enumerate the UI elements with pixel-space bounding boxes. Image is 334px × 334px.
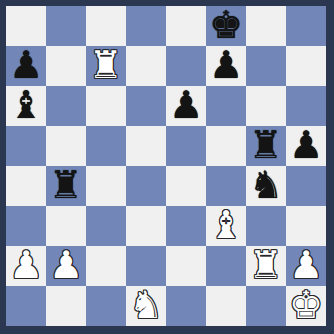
square-h2[interactable]: ♟	[286, 246, 326, 286]
square-e6[interactable]: ♟	[166, 86, 206, 126]
square-h5[interactable]: ♟	[286, 126, 326, 166]
square-a7[interactable]: ♟	[6, 46, 46, 86]
square-g3[interactable]	[246, 206, 286, 246]
black-rook[interactable]: ♜	[49, 166, 83, 205]
square-f2[interactable]	[206, 246, 246, 286]
square-g1[interactable]	[246, 286, 286, 326]
square-c8[interactable]	[86, 6, 126, 46]
black-bishop[interactable]: ♝	[9, 86, 43, 125]
square-e8[interactable]	[166, 6, 206, 46]
square-e3[interactable]	[166, 206, 206, 246]
square-b3[interactable]	[46, 206, 86, 246]
white-pawn[interactable]: ♟	[9, 246, 43, 285]
square-f1[interactable]	[206, 286, 246, 326]
square-g8[interactable]	[246, 6, 286, 46]
square-b6[interactable]	[46, 86, 86, 126]
square-f8[interactable]: ♚	[206, 6, 246, 46]
black-pawn[interactable]: ♟	[9, 46, 43, 85]
black-pawn[interactable]: ♟	[209, 46, 243, 85]
square-c6[interactable]	[86, 86, 126, 126]
square-b1[interactable]	[46, 286, 86, 326]
square-e5[interactable]	[166, 126, 206, 166]
square-c2[interactable]	[86, 246, 126, 286]
white-bishop[interactable]: ♝	[209, 206, 243, 245]
square-b4[interactable]: ♜	[46, 166, 86, 206]
square-c4[interactable]	[86, 166, 126, 206]
chess-board: ♚♟♜♟♝♟♜♟♜♞♝♟♟♜♟♞♚	[6, 6, 326, 326]
square-h4[interactable]	[286, 166, 326, 206]
chess-diagram: ♚♟♜♟♝♟♜♟♜♞♝♟♟♜♟♞♚	[0, 0, 334, 334]
square-h7[interactable]	[286, 46, 326, 86]
white-pawn[interactable]: ♟	[49, 246, 83, 285]
black-king[interactable]: ♚	[209, 6, 243, 45]
white-king[interactable]: ♚	[289, 286, 323, 325]
square-c3[interactable]	[86, 206, 126, 246]
square-b8[interactable]	[46, 6, 86, 46]
square-g5[interactable]: ♜	[246, 126, 286, 166]
black-pawn[interactable]: ♟	[169, 86, 203, 125]
square-d2[interactable]	[126, 246, 166, 286]
square-e2[interactable]	[166, 246, 206, 286]
square-d8[interactable]	[126, 6, 166, 46]
square-c5[interactable]	[86, 126, 126, 166]
square-d7[interactable]	[126, 46, 166, 86]
white-knight[interactable]: ♞	[129, 286, 163, 325]
square-d4[interactable]	[126, 166, 166, 206]
square-a1[interactable]	[6, 286, 46, 326]
square-a2[interactable]: ♟	[6, 246, 46, 286]
square-f5[interactable]	[206, 126, 246, 166]
square-g2[interactable]: ♜	[246, 246, 286, 286]
square-b7[interactable]	[46, 46, 86, 86]
square-c7[interactable]: ♜	[86, 46, 126, 86]
square-a4[interactable]	[6, 166, 46, 206]
square-h1[interactable]: ♚	[286, 286, 326, 326]
square-d3[interactable]	[126, 206, 166, 246]
square-h8[interactable]	[286, 6, 326, 46]
square-a8[interactable]	[6, 6, 46, 46]
square-f6[interactable]	[206, 86, 246, 126]
square-g4[interactable]: ♞	[246, 166, 286, 206]
square-c1[interactable]	[86, 286, 126, 326]
square-g7[interactable]	[246, 46, 286, 86]
square-e4[interactable]	[166, 166, 206, 206]
square-d1[interactable]: ♞	[126, 286, 166, 326]
square-f4[interactable]	[206, 166, 246, 206]
square-a5[interactable]	[6, 126, 46, 166]
black-knight[interactable]: ♞	[249, 166, 283, 205]
white-rook[interactable]: ♜	[249, 246, 283, 285]
square-h3[interactable]	[286, 206, 326, 246]
white-pawn[interactable]: ♟	[289, 246, 323, 285]
square-d6[interactable]	[126, 86, 166, 126]
square-a6[interactable]: ♝	[6, 86, 46, 126]
black-rook[interactable]: ♜	[249, 126, 283, 165]
square-a3[interactable]	[6, 206, 46, 246]
white-rook[interactable]: ♜	[89, 46, 123, 85]
square-e7[interactable]	[166, 46, 206, 86]
square-e1[interactable]	[166, 286, 206, 326]
square-b2[interactable]: ♟	[46, 246, 86, 286]
square-h6[interactable]	[286, 86, 326, 126]
square-b5[interactable]	[46, 126, 86, 166]
square-f7[interactable]: ♟	[206, 46, 246, 86]
square-g6[interactable]	[246, 86, 286, 126]
square-f3[interactable]: ♝	[206, 206, 246, 246]
black-pawn[interactable]: ♟	[289, 126, 323, 165]
square-d5[interactable]	[126, 126, 166, 166]
